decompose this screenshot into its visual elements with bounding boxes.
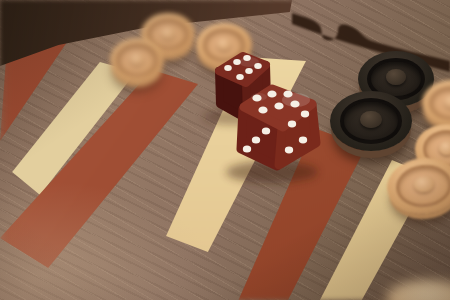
light-checker[interactable] [196,23,252,67]
backgammon-board-photo [0,0,450,300]
light-checker[interactable] [384,154,450,217]
dark-checker[interactable] [330,91,412,151]
light-checker[interactable] [110,38,164,82]
light-checker-blurred[interactable] [386,280,450,300]
